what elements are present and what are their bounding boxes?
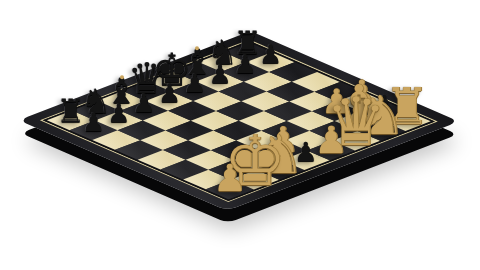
board-inner-gap	[43, 41, 435, 201]
board-rim	[19, 31, 459, 211]
chess-set-photo: ♜♞♝♛♚♝♞♜♟♟♟♟♟♟♟♟♟♚♞♟♟♟♛♞♝♟♟♟♜	[0, 0, 480, 270]
chess-board	[19, 31, 459, 211]
board-grid	[47, 42, 431, 199]
board-border-line	[40, 40, 438, 202]
